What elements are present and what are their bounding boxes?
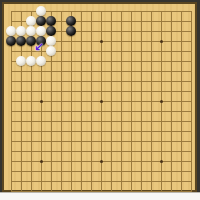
board-cell[interactable]	[66, 26, 76, 36]
board-cell[interactable]	[86, 46, 96, 56]
board-cell[interactable]	[86, 86, 96, 96]
board-cell[interactable]	[6, 96, 16, 106]
board-cell[interactable]	[106, 156, 116, 166]
board-cell[interactable]	[36, 76, 46, 86]
board-cell[interactable]	[56, 26, 66, 36]
board-cell[interactable]	[76, 76, 86, 86]
board-cell[interactable]	[186, 56, 196, 66]
board-cell[interactable]	[6, 6, 16, 16]
board-cell[interactable]	[136, 106, 146, 116]
board-cell[interactable]	[146, 156, 156, 166]
board-cell[interactable]	[116, 26, 126, 36]
board-cell[interactable]	[146, 36, 156, 46]
board-cell[interactable]	[126, 16, 136, 26]
board-cell[interactable]	[186, 36, 196, 46]
board-cell[interactable]	[96, 96, 106, 106]
board-cell[interactable]	[96, 16, 106, 26]
board-cell[interactable]	[96, 136, 106, 146]
board-cell[interactable]	[56, 106, 66, 116]
board-cell[interactable]	[96, 176, 106, 186]
board-cell[interactable]	[106, 166, 116, 176]
board-cell[interactable]	[76, 166, 86, 176]
board-cell[interactable]	[156, 46, 166, 56]
board-cell[interactable]	[6, 166, 16, 176]
board-cell[interactable]	[16, 46, 26, 56]
board-cell[interactable]	[186, 176, 196, 186]
board-cell[interactable]	[166, 56, 176, 66]
board-cell[interactable]	[56, 146, 66, 156]
board-cell[interactable]	[126, 6, 136, 16]
board-cell[interactable]	[126, 46, 136, 56]
board-cell[interactable]	[96, 106, 106, 116]
board-cell[interactable]	[126, 116, 136, 126]
board-cell[interactable]	[86, 76, 96, 86]
board-cell[interactable]	[136, 136, 146, 146]
board-cell[interactable]	[166, 16, 176, 26]
board-cell[interactable]	[36, 26, 46, 36]
board-cell[interactable]	[46, 146, 56, 156]
board-cell[interactable]	[86, 26, 96, 36]
board-cell[interactable]	[106, 66, 116, 76]
board-cell[interactable]	[16, 166, 26, 176]
board-cell[interactable]	[46, 36, 56, 46]
board-cell[interactable]	[176, 166, 186, 176]
board-cell[interactable]	[56, 86, 66, 96]
board-cell[interactable]	[76, 6, 86, 16]
board-cell[interactable]	[96, 66, 106, 76]
board-cell[interactable]	[166, 6, 176, 16]
board-cell[interactable]	[76, 66, 86, 76]
board-cell[interactable]	[16, 26, 26, 36]
board-cell[interactable]	[96, 26, 106, 36]
board-cell[interactable]	[116, 136, 126, 146]
board-cell[interactable]	[106, 56, 116, 66]
board-cell[interactable]	[86, 126, 96, 136]
board-cell[interactable]	[26, 66, 36, 76]
board-cell[interactable]	[76, 36, 86, 46]
board-cell[interactable]	[26, 156, 36, 166]
board-cell[interactable]	[176, 46, 186, 56]
board-cell[interactable]	[126, 136, 136, 146]
board-cell[interactable]	[46, 96, 56, 106]
board-cell[interactable]	[166, 36, 176, 46]
board-cell[interactable]	[26, 146, 36, 156]
board-cell[interactable]	[176, 156, 186, 166]
board-cell[interactable]	[76, 16, 86, 26]
board-cell[interactable]	[146, 66, 156, 76]
board-cell[interactable]	[96, 166, 106, 176]
board-cell[interactable]	[146, 16, 156, 26]
board-cell[interactable]	[146, 46, 156, 56]
board-cell[interactable]	[36, 126, 46, 136]
board-cell[interactable]	[146, 136, 156, 146]
board-cell[interactable]	[186, 86, 196, 96]
board-cell[interactable]	[136, 46, 146, 56]
board-cell[interactable]	[36, 86, 46, 96]
board-cell[interactable]	[6, 176, 16, 186]
board-cell[interactable]	[156, 76, 166, 86]
board-cell[interactable]	[6, 146, 16, 156]
board-cell[interactable]	[146, 126, 156, 136]
board-cell[interactable]	[6, 106, 16, 116]
board-cell[interactable]	[86, 66, 96, 76]
board-cell[interactable]	[186, 146, 196, 156]
board-cell[interactable]	[176, 86, 186, 96]
board-cell[interactable]	[56, 96, 66, 106]
board-cell[interactable]	[176, 26, 186, 36]
board-cell[interactable]	[116, 116, 126, 126]
board-cell[interactable]	[96, 36, 106, 46]
board-cell[interactable]	[136, 76, 146, 86]
board-cell[interactable]	[126, 126, 136, 136]
board-cell[interactable]	[26, 16, 36, 26]
board-cell[interactable]	[36, 176, 46, 186]
board-cell[interactable]	[6, 56, 16, 66]
board-cell[interactable]	[136, 66, 146, 76]
board-cell[interactable]	[126, 176, 136, 186]
board-cell[interactable]	[106, 36, 116, 46]
board-cell[interactable]	[176, 6, 186, 16]
board-cell[interactable]	[66, 6, 76, 16]
board-cell[interactable]	[66, 36, 76, 46]
board-cell[interactable]	[36, 36, 46, 46]
board-cell[interactable]	[166, 146, 176, 156]
board-cell[interactable]	[46, 166, 56, 176]
board-cell[interactable]	[166, 26, 176, 36]
board-cell[interactable]	[46, 86, 56, 96]
board-cell[interactable]	[36, 56, 46, 66]
board-cell[interactable]	[176, 176, 186, 186]
board-cell[interactable]	[86, 156, 96, 166]
board-cell[interactable]	[166, 46, 176, 56]
board-cell[interactable]	[126, 146, 136, 156]
board-cell[interactable]	[176, 116, 186, 126]
board-cell[interactable]	[116, 66, 126, 76]
board-cell[interactable]	[176, 66, 186, 76]
board-cell[interactable]	[156, 166, 166, 176]
board-cell[interactable]	[126, 26, 136, 36]
board-cell[interactable]	[66, 96, 76, 106]
board-cell[interactable]	[116, 176, 126, 186]
board-cell[interactable]	[26, 76, 36, 86]
board-cell[interactable]	[56, 166, 66, 176]
board-cell[interactable]	[46, 176, 56, 186]
board-cell[interactable]	[186, 126, 196, 136]
board-cell[interactable]	[116, 36, 126, 46]
board-cell[interactable]	[6, 136, 16, 146]
board-cell[interactable]	[76, 56, 86, 66]
board-cell[interactable]	[36, 6, 46, 16]
board-cell[interactable]	[126, 56, 136, 66]
board-cell[interactable]	[56, 36, 66, 46]
board-cell[interactable]	[86, 6, 96, 16]
board-cell[interactable]	[26, 166, 36, 176]
board-cell[interactable]	[126, 96, 136, 106]
board-cell[interactable]	[176, 136, 186, 146]
board-cell[interactable]	[136, 146, 146, 156]
board-cell[interactable]	[66, 136, 76, 146]
board-cell[interactable]	[56, 176, 66, 186]
board-cell[interactable]	[36, 146, 46, 156]
board-cell[interactable]	[86, 106, 96, 116]
board-cell[interactable]	[106, 26, 116, 36]
board-cell[interactable]	[96, 86, 106, 96]
board-cell[interactable]	[156, 96, 166, 106]
board-cell[interactable]	[56, 16, 66, 26]
board-cell[interactable]	[26, 6, 36, 16]
board-cell[interactable]	[176, 96, 186, 106]
board-cell[interactable]	[136, 176, 146, 186]
board-cell[interactable]	[106, 86, 116, 96]
board-cell[interactable]	[106, 176, 116, 186]
board-cell[interactable]	[156, 66, 166, 76]
board-cell[interactable]	[156, 16, 166, 26]
board-cell[interactable]	[56, 116, 66, 126]
board-cell[interactable]	[56, 76, 66, 86]
board-cell[interactable]	[46, 106, 56, 116]
board-cell[interactable]	[16, 36, 26, 46]
board-cell[interactable]	[26, 46, 36, 56]
board-cell[interactable]	[66, 126, 76, 136]
board-cell[interactable]	[76, 156, 86, 166]
board-cell[interactable]	[156, 146, 166, 156]
board-cell[interactable]	[46, 156, 56, 166]
board-cell[interactable]	[156, 6, 166, 16]
board-cell[interactable]	[116, 96, 126, 106]
board-cell[interactable]	[66, 76, 76, 86]
board-cell[interactable]	[106, 146, 116, 156]
board-cell[interactable]	[166, 66, 176, 76]
board-cell[interactable]	[176, 146, 186, 156]
board-cell[interactable]	[136, 56, 146, 66]
board-cell[interactable]	[26, 86, 36, 96]
board-cell[interactable]	[16, 156, 26, 166]
board-cell[interactable]	[16, 146, 26, 156]
board-cell[interactable]	[96, 156, 106, 166]
board-cell[interactable]	[116, 166, 126, 176]
board-cell[interactable]	[86, 116, 96, 126]
board-cell[interactable]	[46, 136, 56, 146]
board-cell[interactable]	[106, 6, 116, 16]
board-cell[interactable]	[166, 86, 176, 96]
board-cell[interactable]	[106, 96, 116, 106]
board-cell[interactable]	[156, 136, 166, 146]
board-cell[interactable]	[116, 6, 126, 16]
board-cell[interactable]	[56, 126, 66, 136]
board-cell[interactable]	[176, 16, 186, 26]
board-cell[interactable]	[96, 116, 106, 126]
board-cell[interactable]	[76, 46, 86, 56]
board-cell[interactable]	[36, 106, 46, 116]
board-cell[interactable]	[106, 76, 116, 86]
board-cell[interactable]	[76, 146, 86, 156]
board-cell[interactable]	[156, 176, 166, 186]
board-cell[interactable]	[146, 86, 156, 96]
board-cell[interactable]	[16, 66, 26, 76]
board-cell[interactable]	[46, 66, 56, 76]
board-cell[interactable]	[16, 116, 26, 126]
board-cell[interactable]	[176, 76, 186, 86]
board-cell[interactable]	[186, 6, 196, 16]
board-cell[interactable]	[126, 166, 136, 176]
board-cell[interactable]	[6, 126, 16, 136]
board-cell[interactable]	[46, 46, 56, 56]
board-cell[interactable]	[16, 126, 26, 136]
board-cell[interactable]	[36, 96, 46, 106]
board-cell[interactable]	[166, 106, 176, 116]
board-cell[interactable]	[16, 76, 26, 86]
board-cell[interactable]	[156, 156, 166, 166]
board-cell[interactable]	[186, 106, 196, 116]
board-cell[interactable]	[156, 126, 166, 136]
board-cell[interactable]	[26, 126, 36, 136]
board-cell[interactable]	[86, 36, 96, 46]
board-cell[interactable]	[116, 146, 126, 156]
board-cell[interactable]	[26, 96, 36, 106]
board-cell[interactable]	[156, 116, 166, 126]
board-cell[interactable]	[96, 56, 106, 66]
board-cell[interactable]	[106, 46, 116, 56]
board-cell[interactable]	[66, 106, 76, 116]
board-cell[interactable]	[136, 156, 146, 166]
board-cell[interactable]	[186, 26, 196, 36]
board-cell[interactable]	[6, 66, 16, 76]
board-cell[interactable]	[46, 6, 56, 16]
board-cell[interactable]	[186, 16, 196, 26]
board-cell[interactable]	[126, 66, 136, 76]
board-cell[interactable]	[136, 6, 146, 16]
board-cell[interactable]	[36, 46, 46, 56]
board-cell[interactable]	[166, 176, 176, 186]
board-cell[interactable]	[56, 66, 66, 76]
board-cell[interactable]	[86, 176, 96, 186]
board-cell[interactable]	[76, 86, 86, 96]
board-cell[interactable]	[146, 96, 156, 106]
board-cell[interactable]	[6, 86, 16, 96]
board-cell[interactable]	[166, 126, 176, 136]
board-cell[interactable]	[46, 76, 56, 86]
board-cell[interactable]	[106, 136, 116, 146]
board-cell[interactable]	[166, 76, 176, 86]
board-cell[interactable]	[136, 26, 146, 36]
board-cell[interactable]	[186, 156, 196, 166]
board-cell[interactable]	[56, 136, 66, 146]
board-cell[interactable]	[136, 126, 146, 136]
board-cell[interactable]	[56, 156, 66, 166]
board-cell[interactable]	[66, 16, 76, 26]
board-cell[interactable]	[96, 46, 106, 56]
board-cell[interactable]	[16, 106, 26, 116]
board-cell[interactable]	[156, 36, 166, 46]
board-cell[interactable]	[146, 166, 156, 176]
board-cell[interactable]	[186, 166, 196, 176]
board-cell[interactable]	[36, 156, 46, 166]
board-cell[interactable]	[136, 96, 146, 106]
board-cell[interactable]	[176, 106, 186, 116]
board-cell[interactable]	[86, 136, 96, 146]
board-cell[interactable]	[56, 56, 66, 66]
board-cell[interactable]	[76, 116, 86, 126]
board-cell[interactable]	[66, 176, 76, 186]
board-cell[interactable]	[166, 156, 176, 166]
board-cell[interactable]	[146, 106, 156, 116]
board-cell[interactable]	[166, 166, 176, 176]
board-cell[interactable]	[106, 126, 116, 136]
board-cell[interactable]	[36, 16, 46, 26]
board-cell[interactable]	[16, 6, 26, 16]
board-cell[interactable]	[76, 136, 86, 146]
board-cell[interactable]	[146, 56, 156, 66]
board-cell[interactable]	[76, 176, 86, 186]
board-cell[interactable]	[26, 136, 36, 146]
board-cell[interactable]	[6, 116, 16, 126]
board-cell[interactable]	[86, 146, 96, 156]
board-cell[interactable]	[6, 46, 16, 56]
board-cell[interactable]	[6, 26, 16, 36]
board-cell[interactable]	[146, 6, 156, 16]
board-cell[interactable]	[96, 146, 106, 156]
board-cell[interactable]	[156, 86, 166, 96]
board-cell[interactable]	[26, 56, 36, 66]
board-cell[interactable]	[126, 106, 136, 116]
board-cell[interactable]	[86, 96, 96, 106]
board-cell[interactable]	[126, 86, 136, 96]
board-cell[interactable]	[146, 146, 156, 156]
board-cell[interactable]	[16, 176, 26, 186]
board-cell[interactable]	[16, 86, 26, 96]
board-cell[interactable]	[76, 96, 86, 106]
board-cell[interactable]	[86, 166, 96, 176]
board-cell[interactable]	[126, 36, 136, 46]
board-cell[interactable]	[186, 76, 196, 86]
board-cell[interactable]	[116, 86, 126, 96]
board-cell[interactable]	[26, 26, 36, 36]
board-cell[interactable]	[6, 76, 16, 86]
board-cell[interactable]	[46, 26, 56, 36]
board-cell[interactable]	[116, 106, 126, 116]
board-cell[interactable]	[106, 16, 116, 26]
board-cell[interactable]	[26, 106, 36, 116]
board-cell[interactable]	[46, 116, 56, 126]
board-cell[interactable]	[116, 126, 126, 136]
board-cell[interactable]	[176, 56, 186, 66]
board-cell[interactable]	[166, 96, 176, 106]
board-cell[interactable]	[56, 6, 66, 16]
board-cell[interactable]	[96, 6, 106, 16]
board-cell[interactable]	[66, 66, 76, 76]
board-cell[interactable]	[36, 116, 46, 126]
board-cell[interactable]	[186, 136, 196, 146]
board-cell[interactable]	[166, 136, 176, 146]
board-cell[interactable]	[66, 56, 76, 66]
board-cell[interactable]	[126, 76, 136, 86]
board-cell[interactable]	[6, 16, 16, 26]
board-cell[interactable]	[176, 36, 186, 46]
board-cell[interactable]	[46, 16, 56, 26]
board-cell[interactable]	[46, 126, 56, 136]
board-cell[interactable]	[126, 156, 136, 166]
board-cell[interactable]	[16, 136, 26, 146]
board-cell[interactable]	[186, 66, 196, 76]
board-cell[interactable]	[16, 56, 26, 66]
board-cell[interactable]	[36, 136, 46, 146]
board-cell[interactable]	[36, 166, 46, 176]
board-cell[interactable]	[26, 36, 36, 46]
board-cell[interactable]	[66, 146, 76, 156]
board-cell[interactable]	[146, 176, 156, 186]
board-cell[interactable]	[66, 116, 76, 126]
board-cell[interactable]	[116, 46, 126, 56]
